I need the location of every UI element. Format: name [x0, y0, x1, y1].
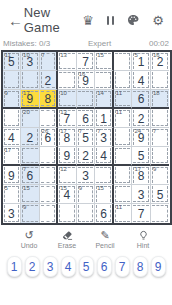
cell-r3c8[interactable]: 6	[132, 90, 151, 109]
cell-r3c2[interactable]: 917	[21, 90, 40, 109]
cage-sum: 9	[79, 185, 82, 192]
cage-sum: 7	[153, 128, 156, 135]
cell-r1c2[interactable]: 310	[21, 52, 40, 71]
cell-r4c2[interactable]: 20	[21, 109, 40, 128]
cell-digit: 7	[132, 204, 150, 223]
cell-r5c8[interactable]: 924	[132, 128, 151, 147]
cell-r4c8[interactable]: 2	[132, 109, 151, 128]
cell-r1c6[interactable]: 15	[95, 52, 114, 71]
eraser-icon	[62, 229, 73, 241]
numpad-key-7[interactable]: 7	[115, 256, 130, 277]
cell-r3c3[interactable]: 8	[40, 90, 59, 109]
cage-sum: 18	[153, 90, 160, 97]
cage-sum: 9	[153, 166, 156, 173]
cell-r2c9[interactable]	[151, 71, 170, 90]
cell-r7c1[interactable]: 9	[3, 166, 22, 185]
cage-outline	[59, 72, 75, 88]
cell-r2c8[interactable]: 4	[132, 71, 151, 90]
cell-r5c7[interactable]	[114, 128, 133, 147]
cell-r2c7[interactable]	[114, 71, 133, 90]
cell-r7c7[interactable]	[114, 166, 133, 185]
numpad-key-5[interactable]: 5	[79, 256, 94, 277]
cell-r4c9[interactable]	[151, 109, 170, 128]
cell-digit: 7	[77, 52, 95, 70]
cell-r3c6[interactable]: 14	[95, 90, 114, 109]
cell-r9c3[interactable]	[40, 204, 59, 223]
cell-digit: 9	[58, 147, 76, 164]
cell-r6c6[interactable]: 4	[95, 147, 114, 166]
cell-r1c9[interactable]: 216	[151, 52, 170, 71]
undo-icon: ↺	[24, 229, 33, 241]
cage-sum: 12	[60, 166, 67, 173]
numpad-key-4[interactable]: 4	[61, 256, 76, 277]
cage-sum: 7	[23, 166, 26, 173]
cell-digit: 2	[21, 128, 39, 146]
cage-outline	[96, 167, 111, 183]
cage-sum: 7	[97, 128, 100, 135]
cell-r4c7[interactable]: 11	[114, 109, 133, 128]
numpad-key-3[interactable]: 3	[43, 256, 58, 277]
cell-digit: 4	[132, 71, 150, 89]
numpad-key-6[interactable]: 6	[97, 256, 112, 277]
cell-r5c3[interactable]: 626	[40, 128, 59, 147]
cage-outline	[41, 110, 56, 126]
cell-r4c5[interactable]: 6	[77, 109, 96, 128]
cell-r6c3[interactable]	[40, 147, 59, 166]
cell-r5c1[interactable]: 4	[3, 128, 22, 147]
cell-r2c6[interactable]	[95, 71, 114, 90]
pencil-button[interactable]: ✎ Pencil	[90, 229, 120, 249]
cage-sum: 17	[5, 147, 12, 154]
cell-digit: 4	[95, 147, 112, 164]
toolbar: ↺ Undo Erase ✎ Pencil Hint	[0, 225, 172, 249]
cell-r5c9[interactable]: 7	[151, 128, 170, 147]
cage-sum: 9	[5, 90, 8, 97]
cell-r8c6[interactable]: 15	[95, 185, 114, 204]
cell-r1c8[interactable]: 15	[132, 52, 151, 71]
cell-r9c8[interactable]: 7	[132, 204, 151, 223]
cell-r5c2[interactable]: 2	[21, 128, 40, 147]
cell-r2c5[interactable]: 916	[77, 71, 96, 90]
cell-r7c4[interactable]: 12	[58, 166, 77, 185]
cage-outline	[4, 110, 20, 126]
cage-outline	[115, 129, 131, 145]
cell-r7c8[interactable]: 817	[132, 166, 151, 185]
number-pad: 123456789	[0, 249, 172, 277]
cell-r6c4[interactable]: 9	[58, 147, 77, 166]
cell-r3c7[interactable]: 11	[114, 90, 133, 109]
cell-digit: 6	[77, 109, 95, 127]
cage-sum: 15	[60, 185, 67, 192]
cage-sum: 17	[23, 90, 30, 97]
cell-r1c7[interactable]	[114, 52, 133, 71]
cell-r8c9[interactable]: 5	[151, 185, 170, 204]
cell-r3c5[interactable]	[77, 90, 96, 109]
cell-r7c3[interactable]	[40, 166, 59, 185]
cell-r7c6[interactable]	[95, 166, 114, 185]
cell-r6c7[interactable]	[114, 147, 133, 166]
cage-sum: 13	[60, 109, 67, 116]
cell-digit: 5	[151, 185, 170, 203]
cell-digit: 9	[3, 166, 21, 184]
palette-icon[interactable]	[127, 14, 139, 26]
cell-digit: 3	[77, 166, 95, 184]
cell-r4c6[interactable]: 1	[95, 109, 114, 128]
cell-r2c4[interactable]	[58, 71, 77, 90]
cage-outline	[22, 72, 38, 88]
cell-r8c4[interactable]: 415	[58, 185, 77, 204]
sudoku-board: 5113107137151521629164991781014116182071…	[1, 50, 172, 225]
numpad-key-1[interactable]: 1	[7, 256, 22, 277]
cell-r9c9[interactable]	[151, 204, 170, 223]
cell-digit: 5	[132, 147, 150, 164]
cell-digit: 2	[132, 109, 150, 127]
cell-r1c5[interactable]: 7	[77, 52, 96, 71]
cage-outline	[41, 186, 56, 202]
header: ← New Game ♛ ⚙	[0, 0, 172, 32]
cell-digit: 2	[77, 147, 95, 164]
back-arrow-icon[interactable]: ←	[8, 12, 24, 29]
cell-r6c2[interactable]	[21, 147, 40, 166]
cell-r8c5[interactable]: 9	[77, 185, 96, 204]
cell-digit: 3	[3, 204, 21, 223]
cell-r4c4[interactable]: 713	[58, 109, 77, 128]
cage-outline	[152, 148, 169, 163]
cage-outline	[78, 91, 94, 106]
cage-outline	[59, 205, 75, 222]
cage-sum: 17	[134, 166, 141, 173]
cage-outline	[152, 110, 169, 126]
numpad-key-9[interactable]: 9	[151, 256, 166, 277]
cell-r8c8[interactable]: 3	[132, 185, 151, 204]
cell-r3c4[interactable]: 10	[58, 90, 77, 109]
cell-r6c1[interactable]: 17	[3, 147, 22, 166]
cage-sum: 5	[5, 185, 8, 192]
cage-sum: 17	[60, 128, 67, 135]
mistakes-counter: Mistakes: 0/3	[3, 39, 50, 48]
numpad-key-2[interactable]: 2	[25, 256, 40, 277]
cell-r2c2[interactable]	[21, 71, 40, 90]
cage-sum: 15	[97, 52, 104, 59]
cell-r1c1[interactable]: 511	[3, 52, 22, 71]
cell-r9c5[interactable]	[77, 204, 96, 223]
cage-sum: 16	[79, 71, 86, 78]
cage-sum: 13	[60, 52, 67, 59]
cell-r4c1[interactable]	[3, 109, 22, 128]
settings-gear-icon[interactable]: ⚙	[152, 14, 164, 27]
difficulty-label: Expert	[50, 39, 149, 48]
cell-r4c3[interactable]	[40, 109, 59, 128]
undo-button[interactable]: ↺ Undo	[14, 229, 44, 249]
cell-r5c6[interactable]: 37	[95, 128, 114, 147]
erase-button[interactable]: Erase	[52, 229, 82, 249]
cell-r7c5[interactable]: 3	[77, 166, 96, 185]
cell-r7c2[interactable]: 67	[21, 166, 40, 185]
cage-sum: 15	[97, 185, 104, 192]
cage-sum: 16	[153, 52, 160, 59]
cell-r6c8[interactable]: 5	[132, 147, 151, 166]
cage-sum: 11	[5, 52, 11, 59]
cell-r3c1[interactable]: 9	[3, 90, 22, 109]
numpad-key-8[interactable]: 8	[133, 256, 148, 277]
cage-outline	[78, 205, 94, 222]
crown-icon[interactable]: ♛	[82, 14, 94, 27]
cage-sum: 14	[97, 90, 104, 97]
pencil-icon: ✎	[100, 229, 109, 241]
cell-digit: 1	[95, 109, 112, 127]
cage-outline	[41, 148, 56, 163]
cell-r8c7[interactable]	[114, 185, 133, 204]
cell-r1c4[interactable]: 13	[58, 52, 77, 71]
cell-r2c1[interactable]	[3, 71, 22, 90]
cage-sum: 10	[60, 90, 67, 97]
cage-outline	[96, 72, 111, 88]
killer-sudoku-app: ← New Game ♛ ⚙ Mistakes: 0/3 Expert 00:0…	[0, 0, 172, 305]
cell-r9c7[interactable]: 11	[114, 204, 133, 223]
cell-r5c4[interactable]: 817	[58, 128, 77, 147]
cell-r9c6[interactable]: 6	[95, 204, 114, 223]
cage-outline	[115, 186, 131, 202]
cell-r8c1[interactable]: 5	[3, 185, 22, 204]
cell-r3c9[interactable]: 18	[151, 90, 170, 109]
cell-r8c2[interactable]: 15	[21, 185, 40, 204]
cell-digit: 2	[40, 71, 57, 89]
timer: 00:02	[149, 39, 169, 48]
cage-sum: 15	[23, 185, 30, 192]
cell-digit: 6	[132, 90, 150, 107]
cage-outline	[115, 167, 131, 183]
cage-sum: 7	[79, 128, 82, 135]
cage-outline	[115, 148, 131, 163]
cage-sum: 24	[134, 128, 141, 135]
hint-button[interactable]: Hint	[128, 229, 158, 249]
page-title: New Game	[24, 5, 82, 35]
hint-bulb-icon	[138, 229, 149, 241]
cage-outline	[22, 148, 38, 163]
cell-r2c3[interactable]: 2	[40, 71, 59, 90]
cage-outline	[41, 205, 56, 222]
cell-r1c3[interactable]: 7	[40, 52, 59, 71]
cage-sum: 11	[116, 204, 122, 211]
cage-sum: 20	[23, 109, 30, 116]
cell-r9c2[interactable]: 9	[21, 204, 40, 223]
cage-sum: 9	[23, 204, 26, 211]
cage-sum: 11	[116, 90, 122, 97]
cell-digit: 3	[132, 185, 150, 203]
cage-sum: 5	[134, 52, 137, 59]
cell-r8c3[interactable]	[40, 185, 59, 204]
cage-sum: 7	[42, 52, 45, 59]
cage-sum: 26	[42, 128, 49, 135]
cage-outline	[41, 167, 56, 183]
cage-sum: 10	[23, 52, 30, 59]
cage-outline	[115, 53, 131, 69]
cell-r6c5[interactable]: 2	[77, 147, 96, 166]
pause-icon[interactable]	[107, 16, 115, 25]
cage-outline	[115, 72, 131, 88]
cell-digit: 8	[40, 90, 57, 107]
cell-digit: 4	[3, 128, 21, 146]
cell-r9c4[interactable]	[58, 204, 77, 223]
cage-sum: 11	[116, 109, 122, 116]
cage-outline	[152, 205, 169, 222]
cell-r7c9[interactable]: 9	[151, 166, 170, 185]
cage-outline	[152, 72, 169, 88]
cell-digit: 6	[95, 204, 112, 223]
cage-outline	[4, 72, 20, 88]
cell-r5c5[interactable]: 57	[77, 128, 96, 147]
cell-r9c1[interactable]: 3	[3, 204, 22, 223]
cell-r6c9[interactable]	[151, 147, 170, 166]
